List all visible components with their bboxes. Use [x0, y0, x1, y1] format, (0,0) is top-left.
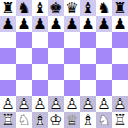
piece-white-rook[interactable]: ♜♖: [112, 112, 128, 128]
square-b6[interactable]: [16, 32, 32, 48]
piece-black-pawn[interactable]: ♟: [80, 16, 96, 32]
square-e7[interactable]: ♟: [64, 16, 80, 32]
square-g2[interactable]: ♟♙: [96, 96, 112, 112]
piece-white-king[interactable]: ♚♔: [48, 112, 64, 128]
piece-white-pawn[interactable]: ♟♙: [64, 96, 80, 112]
piece-white-bishop[interactable]: ♝♗: [80, 112, 96, 128]
square-a1[interactable]: ♜♖: [0, 112, 16, 128]
piece-white-pawn[interactable]: ♟♙: [0, 96, 16, 112]
square-c4[interactable]: [32, 64, 48, 80]
piece-black-pawn[interactable]: ♟: [32, 16, 48, 32]
piece-white-pawn[interactable]: ♟♙: [32, 96, 48, 112]
piece-white-pawn[interactable]: ♟♙: [16, 96, 32, 112]
square-f4[interactable]: [80, 64, 96, 80]
square-d8[interactable]: ♚: [48, 0, 64, 16]
square-d5[interactable]: [48, 48, 64, 64]
piece-black-pawn[interactable]: ♟: [112, 16, 128, 32]
piece-black-rook[interactable]: ♜: [112, 0, 128, 16]
piece-black-king[interactable]: ♚: [48, 0, 64, 16]
piece-black-pawn[interactable]: ♟: [64, 16, 80, 32]
square-f2[interactable]: ♟♙: [80, 96, 96, 112]
piece-white-rook[interactable]: ♜♖: [0, 112, 16, 128]
square-c1[interactable]: ♝♗: [32, 112, 48, 128]
square-f6[interactable]: [80, 32, 96, 48]
square-f5[interactable]: [80, 48, 96, 64]
square-a6[interactable]: [0, 32, 16, 48]
square-c2[interactable]: ♟♙: [32, 96, 48, 112]
chess-board: ♜♞♝♚♛♝♞♜♟♟♟♟♟♟♟♟♟♙♟♙♟♙♟♙♟♙♟♙♟♙♟♙♜♖♞♘♝♗♚♔…: [0, 0, 128, 128]
square-h8[interactable]: ♜: [112, 0, 128, 16]
square-e5[interactable]: [64, 48, 80, 64]
piece-black-pawn[interactable]: ♟: [48, 16, 64, 32]
square-a3[interactable]: [0, 80, 16, 96]
square-f1[interactable]: ♝♗: [80, 112, 96, 128]
square-b2[interactable]: ♟♙: [16, 96, 32, 112]
piece-black-knight[interactable]: ♞: [96, 0, 112, 16]
square-e1[interactable]: ♛♕: [64, 112, 80, 128]
square-e4[interactable]: [64, 64, 80, 80]
square-c6[interactable]: [32, 32, 48, 48]
square-e8[interactable]: ♛: [64, 0, 80, 16]
square-d7[interactable]: ♟: [48, 16, 64, 32]
square-h7[interactable]: ♟: [112, 16, 128, 32]
piece-white-bishop[interactable]: ♝♗: [32, 112, 48, 128]
square-e3[interactable]: [64, 80, 80, 96]
piece-black-queen[interactable]: ♛: [64, 0, 80, 16]
piece-black-knight[interactable]: ♞: [16, 0, 32, 16]
square-a4[interactable]: [0, 64, 16, 80]
square-g4[interactable]: [96, 64, 112, 80]
square-b1[interactable]: ♞♘: [16, 112, 32, 128]
piece-white-pawn[interactable]: ♟♙: [112, 96, 128, 112]
piece-black-pawn[interactable]: ♟: [16, 16, 32, 32]
square-h2[interactable]: ♟♙: [112, 96, 128, 112]
square-b5[interactable]: [16, 48, 32, 64]
piece-black-pawn[interactable]: ♟: [96, 16, 112, 32]
square-e2[interactable]: ♟♙: [64, 96, 80, 112]
square-g7[interactable]: ♟: [96, 16, 112, 32]
square-a5[interactable]: [0, 48, 16, 64]
square-d4[interactable]: [48, 64, 64, 80]
square-h6[interactable]: [112, 32, 128, 48]
piece-black-bishop[interactable]: ♝: [80, 0, 96, 16]
square-a2[interactable]: ♟♙: [0, 96, 16, 112]
square-h5[interactable]: [112, 48, 128, 64]
square-c5[interactable]: [32, 48, 48, 64]
piece-white-pawn[interactable]: ♟♙: [48, 96, 64, 112]
square-f3[interactable]: [80, 80, 96, 96]
piece-white-knight[interactable]: ♞♘: [16, 112, 32, 128]
square-h4[interactable]: [112, 64, 128, 80]
square-g6[interactable]: [96, 32, 112, 48]
square-b8[interactable]: ♞: [16, 0, 32, 16]
piece-black-pawn[interactable]: ♟: [0, 16, 16, 32]
piece-white-pawn[interactable]: ♟♙: [96, 96, 112, 112]
square-a8[interactable]: ♜: [0, 0, 16, 16]
square-h3[interactable]: [112, 80, 128, 96]
square-c3[interactable]: [32, 80, 48, 96]
square-a7[interactable]: ♟: [0, 16, 16, 32]
square-d1[interactable]: ♚♔: [48, 112, 64, 128]
square-d6[interactable]: [48, 32, 64, 48]
piece-black-bishop[interactable]: ♝: [32, 0, 48, 16]
square-c7[interactable]: ♟: [32, 16, 48, 32]
square-d3[interactable]: [48, 80, 64, 96]
piece-white-pawn[interactable]: ♟♙: [80, 96, 96, 112]
square-b7[interactable]: ♟: [16, 16, 32, 32]
square-e6[interactable]: [64, 32, 80, 48]
square-g5[interactable]: [96, 48, 112, 64]
square-b3[interactable]: [16, 80, 32, 96]
piece-white-queen[interactable]: ♛♕: [64, 112, 80, 128]
square-f7[interactable]: ♟: [80, 16, 96, 32]
square-f8[interactable]: ♝: [80, 0, 96, 16]
piece-white-knight[interactable]: ♞♘: [96, 112, 112, 128]
square-g3[interactable]: [96, 80, 112, 96]
square-g8[interactable]: ♞: [96, 0, 112, 16]
square-d2[interactable]: ♟♙: [48, 96, 64, 112]
piece-black-rook[interactable]: ♜: [0, 0, 16, 16]
square-b4[interactable]: [16, 64, 32, 80]
square-h1[interactable]: ♜♖: [112, 112, 128, 128]
square-g1[interactable]: ♞♘: [96, 112, 112, 128]
square-c8[interactable]: ♝: [32, 0, 48, 16]
